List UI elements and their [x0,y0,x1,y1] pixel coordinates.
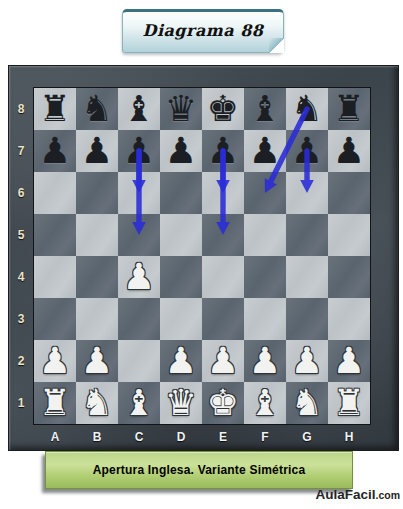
square-e2: ♟ [202,340,244,382]
piece-white-pawn-e2: ♟ [202,340,244,382]
square-a8: ♜ [34,88,76,130]
piece-black-knight-b8: ♞ [76,88,118,130]
file-label-c: C [118,425,160,448]
piece-black-pawn-f7: ♟ [244,130,286,172]
square-g3 [286,298,328,340]
square-h3 [328,298,370,340]
file-labels: ABCDEFGH [34,425,370,448]
square-g8: ♞ [286,88,328,130]
file-label-d: D [160,425,202,448]
piece-white-rook-h1: ♜ [328,382,370,424]
square-g6 [286,172,328,214]
piece-black-pawn-h7: ♟ [328,130,370,172]
square-e4 [202,256,244,298]
square-d1: ♛ [160,382,202,424]
board-squares: ♜♞♝♛♚♝♞♜♟♟♟♟♟♟♟♟♟♟♟♟♟♟♟♟♜♞♝♛♚♝♞♜ [33,87,371,425]
diagram-page: Diagrama 88 87654321 ♜♞♝♛♚♝♞♜♟♟♟♟♟♟♟♟♟♟♟… [0,0,403,509]
square-h6 [328,172,370,214]
piece-white-pawn-c4: ♟ [118,256,160,298]
piece-black-rook-a8: ♜ [34,88,76,130]
rank-label-3: 3 [9,298,33,340]
piece-black-pawn-b7: ♟ [76,130,118,172]
piece-white-pawn-g2: ♟ [286,340,328,382]
square-d4 [160,256,202,298]
square-e6 [202,172,244,214]
square-g7: ♟ [286,130,328,172]
piece-white-knight-b1: ♞ [76,382,118,424]
page-fold-icon [269,38,284,53]
square-d2: ♟ [160,340,202,382]
square-e7: ♟ [202,130,244,172]
rank-label-1: 1 [9,382,33,424]
rank-label-8: 8 [9,88,33,130]
piece-black-pawn-d7: ♟ [160,130,202,172]
piece-white-rook-a1: ♜ [34,382,76,424]
square-e5 [202,214,244,256]
square-a2: ♟ [34,340,76,382]
piece-white-pawn-a2: ♟ [34,340,76,382]
square-b4 [76,256,118,298]
site-branding: AulaFacil.com [315,487,400,502]
square-c3 [118,298,160,340]
square-f8: ♝ [244,88,286,130]
opening-caption: Apertura Inglesa. Variante Simétrica [93,463,306,477]
piece-white-pawn-f2: ♟ [244,340,286,382]
square-g5 [286,214,328,256]
square-f1: ♝ [244,382,286,424]
piece-black-bishop-c8: ♝ [118,88,160,130]
file-label-g: G [286,425,328,448]
square-e1: ♚ [202,382,244,424]
square-c6 [118,172,160,214]
square-e3 [202,298,244,340]
square-f2: ♟ [244,340,286,382]
piece-black-bishop-f8: ♝ [244,88,286,130]
square-f5 [244,214,286,256]
square-a6 [34,172,76,214]
piece-white-bishop-c1: ♝ [118,382,160,424]
piece-white-king-e1: ♚ [202,382,244,424]
square-h4 [328,256,370,298]
title-plaque: Diagrama 88 [122,9,284,53]
square-b6 [76,172,118,214]
rank-label-5: 5 [9,214,33,256]
square-g1: ♞ [286,382,328,424]
square-b3 [76,298,118,340]
square-d8: ♛ [160,88,202,130]
file-label-f: F [244,425,286,448]
rank-label-6: 6 [9,172,33,214]
diagram-title: Diagrama 88 [123,12,283,49]
square-c4: ♟ [118,256,160,298]
piece-black-pawn-g7: ♟ [286,130,328,172]
site-tld: .com [375,489,400,501]
square-a5 [34,214,76,256]
square-c7: ♟ [118,130,160,172]
square-d3 [160,298,202,340]
piece-black-pawn-a7: ♟ [34,130,76,172]
site-name: AulaFacil [315,487,375,502]
file-label-h: H [328,425,370,448]
file-label-e: E [202,425,244,448]
piece-white-knight-g1: ♞ [286,382,328,424]
square-b8: ♞ [76,88,118,130]
square-c5 [118,214,160,256]
square-f7: ♟ [244,130,286,172]
file-label-a: A [34,425,76,448]
piece-white-bishop-f1: ♝ [244,382,286,424]
piece-black-pawn-e7: ♟ [202,130,244,172]
piece-white-pawn-d2: ♟ [160,340,202,382]
square-h1: ♜ [328,382,370,424]
square-f3 [244,298,286,340]
piece-white-pawn-b2: ♟ [76,340,118,382]
square-e8: ♚ [202,88,244,130]
piece-white-queen-d1: ♛ [160,382,202,424]
rank-labels: 87654321 [9,88,33,424]
piece-black-king-e8: ♚ [202,88,244,130]
rank-label-4: 4 [9,256,33,298]
square-c8: ♝ [118,88,160,130]
caption-box: Apertura Inglesa. Variante Simétrica [45,451,353,489]
square-g2: ♟ [286,340,328,382]
rank-label-2: 2 [9,340,33,382]
file-label-b: B [76,425,118,448]
piece-black-knight-g8: ♞ [286,88,328,130]
square-d5 [160,214,202,256]
square-d7: ♟ [160,130,202,172]
piece-black-queen-d8: ♛ [160,88,202,130]
square-h2: ♟ [328,340,370,382]
square-a1: ♜ [34,382,76,424]
square-b5 [76,214,118,256]
piece-white-pawn-h2: ♟ [328,340,370,382]
square-h5 [328,214,370,256]
square-a3 [34,298,76,340]
square-b7: ♟ [76,130,118,172]
square-h7: ♟ [328,130,370,172]
piece-black-pawn-c7: ♟ [118,130,160,172]
chess-board-frame: 87654321 ♜♞♝♛♚♝♞♜♟♟♟♟♟♟♟♟♟♟♟♟♟♟♟♟♜♞♝♛♚♝♞… [8,65,399,451]
square-h8: ♜ [328,88,370,130]
square-c1: ♝ [118,382,160,424]
rank-label-7: 7 [9,130,33,172]
square-b2: ♟ [76,340,118,382]
square-b1: ♞ [76,382,118,424]
square-a4 [34,256,76,298]
square-d6 [160,172,202,214]
piece-black-rook-h8: ♜ [328,88,370,130]
square-f6 [244,172,286,214]
square-g4 [286,256,328,298]
square-a7: ♟ [34,130,76,172]
square-c2 [118,340,160,382]
square-f4 [244,256,286,298]
